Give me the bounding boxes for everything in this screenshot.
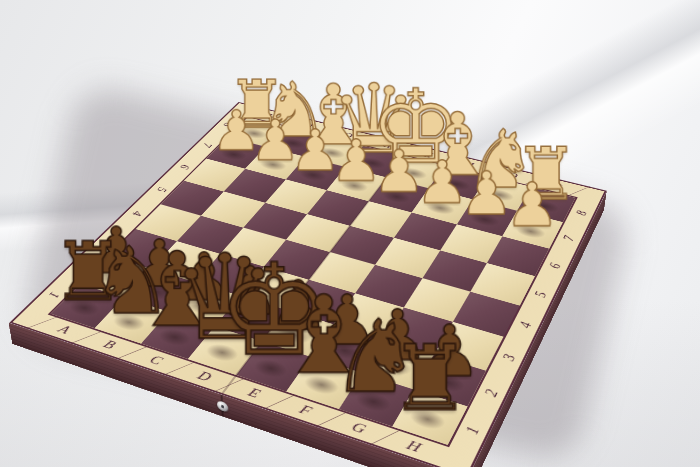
light-pawn-glyph: ♟ (464, 175, 600, 235)
photo-scene: ABCDEFGH ABCDEFGH 87654321 87654321 ♜♞♝♛… (0, 0, 700, 467)
clasp-latch-icon[interactable] (217, 400, 229, 413)
dark-rook-glyph: ♜ (347, 334, 513, 424)
